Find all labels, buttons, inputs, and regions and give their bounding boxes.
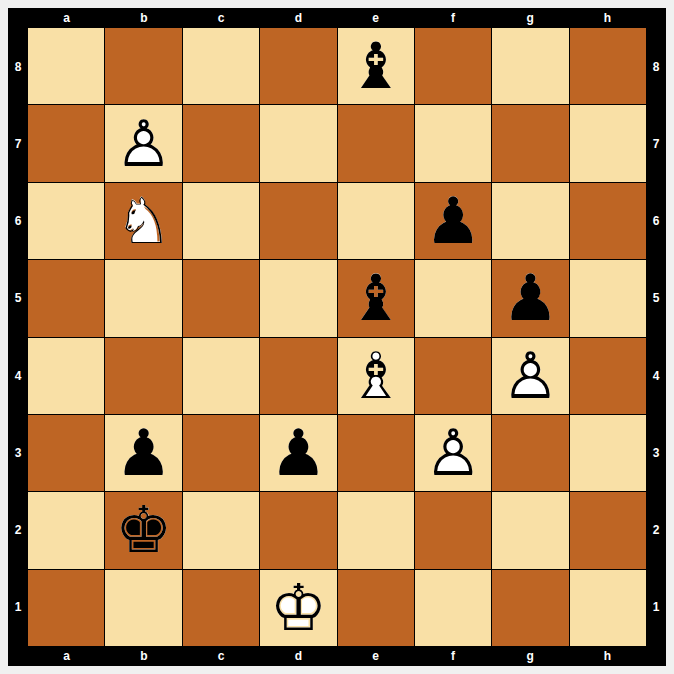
square-c5[interactable] bbox=[183, 260, 259, 336]
rank-label-5: 5 bbox=[646, 260, 666, 337]
square-e8[interactable]: ♗♝ bbox=[338, 28, 414, 104]
rank-labels-left: 87654321 bbox=[8, 28, 28, 646]
rank-label-8: 8 bbox=[8, 28, 28, 105]
square-c2[interactable] bbox=[183, 492, 259, 568]
square-a7[interactable] bbox=[28, 105, 104, 181]
piece-glyph-over: ♟ bbox=[492, 260, 568, 336]
square-e6[interactable] bbox=[338, 183, 414, 259]
square-c8[interactable] bbox=[183, 28, 259, 104]
file-label-b: b bbox=[105, 646, 182, 666]
square-c3[interactable] bbox=[183, 415, 259, 491]
file-label-h: h bbox=[569, 646, 646, 666]
square-h3[interactable] bbox=[570, 415, 646, 491]
piece-glyph-over: ♟ bbox=[260, 415, 336, 491]
square-e4[interactable]: ♝♗ bbox=[338, 338, 414, 414]
white-pawn[interactable]: ♟♙ bbox=[415, 415, 491, 491]
square-e5[interactable]: ♗♝ bbox=[338, 260, 414, 336]
piece-glyph-over: ♙ bbox=[492, 338, 568, 414]
square-g4[interactable]: ♟♙ bbox=[492, 338, 568, 414]
rank-label-1: 1 bbox=[8, 569, 28, 646]
square-b6[interactable]: ♞♘ bbox=[105, 183, 181, 259]
square-a2[interactable] bbox=[28, 492, 104, 568]
square-d8[interactable] bbox=[260, 28, 336, 104]
black-pawn[interactable]: ♙♟ bbox=[105, 415, 181, 491]
square-b4[interactable] bbox=[105, 338, 181, 414]
square-e7[interactable] bbox=[338, 105, 414, 181]
square-d6[interactable] bbox=[260, 183, 336, 259]
board-middle: 87654321 ♗♝♟♙♞♘♙♟♗♝♙♟♝♗♟♙♙♟♙♟♟♙♔♚♚♔ 8765… bbox=[8, 28, 666, 646]
piece-glyph-over: ♘ bbox=[105, 183, 181, 259]
rank-label-7: 7 bbox=[8, 105, 28, 182]
file-label-g: g bbox=[492, 646, 569, 666]
square-a3[interactable] bbox=[28, 415, 104, 491]
square-f3[interactable]: ♟♙ bbox=[415, 415, 491, 491]
rank-label-2: 2 bbox=[8, 492, 28, 569]
rank-label-3: 3 bbox=[8, 414, 28, 491]
black-pawn[interactable]: ♙♟ bbox=[415, 183, 491, 259]
file-label-g: g bbox=[492, 8, 569, 28]
square-a4[interactable] bbox=[28, 338, 104, 414]
square-a1[interactable] bbox=[28, 570, 104, 646]
piece-glyph-over: ♚ bbox=[105, 492, 181, 568]
chess-board: ♗♝♟♙♞♘♙♟♗♝♙♟♝♗♟♙♙♟♙♟♟♙♔♚♚♔ bbox=[28, 28, 646, 646]
square-a5[interactable] bbox=[28, 260, 104, 336]
white-pawn[interactable]: ♟♙ bbox=[105, 105, 181, 181]
square-a8[interactable] bbox=[28, 28, 104, 104]
square-d5[interactable] bbox=[260, 260, 336, 336]
square-b1[interactable] bbox=[105, 570, 181, 646]
square-e3[interactable] bbox=[338, 415, 414, 491]
square-h1[interactable] bbox=[570, 570, 646, 646]
square-g3[interactable] bbox=[492, 415, 568, 491]
rank-label-8: 8 bbox=[646, 28, 666, 105]
board-frame: abcdefgh 87654321 ♗♝♟♙♞♘♙♟♗♝♙♟♝♗♟♙♙♟♙♟♟♙… bbox=[8, 8, 666, 666]
piece-glyph-over: ♗ bbox=[338, 338, 414, 414]
square-b5[interactable] bbox=[105, 260, 181, 336]
piece-glyph-over: ♟ bbox=[105, 415, 181, 491]
square-c6[interactable] bbox=[183, 183, 259, 259]
square-e1[interactable] bbox=[338, 570, 414, 646]
square-d7[interactable] bbox=[260, 105, 336, 181]
rank-labels-right: 87654321 bbox=[646, 28, 666, 646]
black-bishop[interactable]: ♗♝ bbox=[338, 28, 414, 104]
square-b7[interactable]: ♟♙ bbox=[105, 105, 181, 181]
file-label-e: e bbox=[337, 8, 414, 28]
square-h7[interactable] bbox=[570, 105, 646, 181]
square-h6[interactable] bbox=[570, 183, 646, 259]
piece-glyph-over: ♔ bbox=[260, 570, 336, 646]
black-pawn[interactable]: ♙♟ bbox=[260, 415, 336, 491]
square-b8[interactable] bbox=[105, 28, 181, 104]
square-f4[interactable] bbox=[415, 338, 491, 414]
black-pawn[interactable]: ♙♟ bbox=[492, 260, 568, 336]
square-f1[interactable] bbox=[415, 570, 491, 646]
file-label-b: b bbox=[105, 8, 182, 28]
file-label-a: a bbox=[28, 646, 105, 666]
rank-label-6: 6 bbox=[8, 183, 28, 260]
square-e2[interactable] bbox=[338, 492, 414, 568]
white-bishop[interactable]: ♝♗ bbox=[338, 338, 414, 414]
square-f6[interactable]: ♙♟ bbox=[415, 183, 491, 259]
piece-glyph-over: ♙ bbox=[105, 105, 181, 181]
square-g2[interactable] bbox=[492, 492, 568, 568]
file-label-e: e bbox=[337, 646, 414, 666]
file-labels-top: abcdefgh bbox=[8, 8, 666, 28]
square-c1[interactable] bbox=[183, 570, 259, 646]
square-h4[interactable] bbox=[570, 338, 646, 414]
square-d1[interactable]: ♚♔ bbox=[260, 570, 336, 646]
rank-label-3: 3 bbox=[646, 414, 666, 491]
file-label-a: a bbox=[28, 8, 105, 28]
page: abcdefgh 87654321 ♗♝♟♙♞♘♙♟♗♝♙♟♝♗♟♙♙♟♙♟♟♙… bbox=[0, 0, 674, 674]
square-g6[interactable] bbox=[492, 183, 568, 259]
file-label-c: c bbox=[183, 646, 260, 666]
piece-glyph-over: ♟ bbox=[415, 183, 491, 259]
square-d2[interactable] bbox=[260, 492, 336, 568]
square-h2[interactable] bbox=[570, 492, 646, 568]
piece-glyph-over: ♝ bbox=[338, 28, 414, 104]
square-h5[interactable] bbox=[570, 260, 646, 336]
rank-label-7: 7 bbox=[646, 105, 666, 182]
square-b2[interactable]: ♔♚ bbox=[105, 492, 181, 568]
square-h8[interactable] bbox=[570, 28, 646, 104]
square-f7[interactable] bbox=[415, 105, 491, 181]
rank-label-5: 5 bbox=[8, 260, 28, 337]
black-king[interactable]: ♔♚ bbox=[105, 492, 181, 568]
square-g8[interactable] bbox=[492, 28, 568, 104]
square-a6[interactable] bbox=[28, 183, 104, 259]
white-knight[interactable]: ♞♘ bbox=[105, 183, 181, 259]
rank-label-4: 4 bbox=[646, 337, 666, 414]
black-bishop[interactable]: ♗♝ bbox=[338, 260, 414, 336]
file-label-c: c bbox=[183, 8, 260, 28]
square-f8[interactable] bbox=[415, 28, 491, 104]
file-label-d: d bbox=[260, 8, 337, 28]
square-g5[interactable]: ♙♟ bbox=[492, 260, 568, 336]
square-c4[interactable] bbox=[183, 338, 259, 414]
square-f2[interactable] bbox=[415, 492, 491, 568]
file-labels-bottom: abcdefgh bbox=[8, 646, 666, 666]
file-label-f: f bbox=[414, 8, 491, 28]
file-label-d: d bbox=[260, 646, 337, 666]
piece-glyph-over: ♙ bbox=[415, 415, 491, 491]
piece-glyph-over: ♝ bbox=[338, 260, 414, 336]
white-king[interactable]: ♚♔ bbox=[260, 570, 336, 646]
square-g1[interactable] bbox=[492, 570, 568, 646]
file-label-h: h bbox=[569, 8, 646, 28]
square-g7[interactable] bbox=[492, 105, 568, 181]
rank-label-1: 1 bbox=[646, 569, 666, 646]
rank-label-4: 4 bbox=[8, 337, 28, 414]
white-pawn[interactable]: ♟♙ bbox=[492, 338, 568, 414]
square-d3[interactable]: ♙♟ bbox=[260, 415, 336, 491]
square-b3[interactable]: ♙♟ bbox=[105, 415, 181, 491]
rank-label-6: 6 bbox=[646, 183, 666, 260]
square-f5[interactable] bbox=[415, 260, 491, 336]
file-label-f: f bbox=[414, 646, 491, 666]
rank-label-2: 2 bbox=[646, 492, 666, 569]
square-d4[interactable] bbox=[260, 338, 336, 414]
square-c7[interactable] bbox=[183, 105, 259, 181]
